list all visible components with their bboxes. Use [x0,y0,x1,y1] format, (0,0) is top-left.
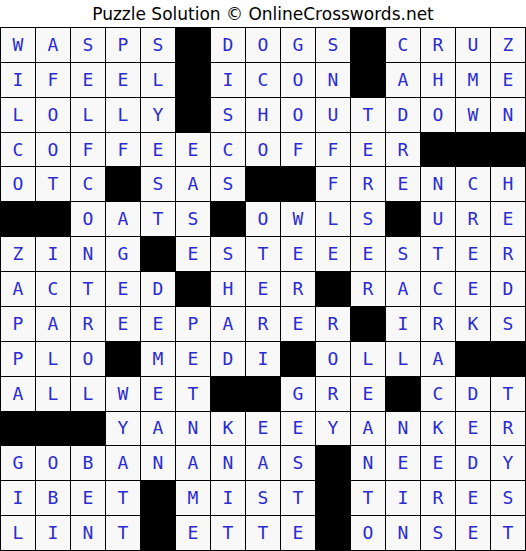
letter-cell: E [456,272,490,306]
block-cell [421,133,455,167]
block-cell [176,272,210,306]
letter-cell: A [106,446,140,480]
block-cell [71,412,105,446]
block-cell [316,516,350,550]
letter-cell: E [351,237,385,271]
letter-cell: F [281,133,315,167]
letter-cell: C [456,167,490,201]
letter-cell: E [71,63,105,97]
letter-cell: U [456,28,490,62]
letter-cell: Z [491,28,525,62]
letter-cell: N [421,167,455,201]
letter-cell: O [351,516,385,550]
letter-cell: N [71,516,105,550]
letter-cell: S [141,167,175,201]
letter-cell: R [316,377,350,411]
letter-cell: K [211,412,245,446]
letter-cell: E [176,237,210,271]
letter-cell: E [246,272,280,306]
letter-cell: D [456,446,490,480]
letter-cell: E [316,237,350,271]
letter-cell: L [1,98,35,132]
letter-cell: K [421,412,455,446]
letter-cell: B [36,481,70,515]
letter-cell: E [106,272,140,306]
letter-cell: E [281,412,315,446]
letter-cell: A [176,167,210,201]
letter-cell: W [106,377,140,411]
letter-cell: E [176,516,210,550]
letter-cell: I [36,237,70,271]
block-cell [141,481,175,515]
letter-cell: I [36,516,70,550]
letter-cell: P [176,307,210,341]
letter-cell: C [421,377,455,411]
letter-cell: O [246,133,280,167]
letter-cell: M [176,481,210,515]
letter-cell: L [316,202,350,236]
letter-cell: O [281,63,315,97]
letter-cell: A [386,272,420,306]
block-cell [281,342,315,376]
block-cell [316,272,350,306]
letter-cell: E [491,63,525,97]
block-cell [246,377,280,411]
letter-cell: O [36,98,70,132]
letter-cell: B [71,446,105,480]
letter-cell: P [1,342,35,376]
letter-cell: R [491,237,525,271]
letter-cell: L [71,98,105,132]
letter-cell: E [71,481,105,515]
letter-cell: E [456,481,490,515]
letter-cell: E [351,377,385,411]
block-cell [491,342,525,376]
block-cell [456,133,490,167]
letter-cell: T [491,516,525,550]
letter-cell: E [106,307,140,341]
letter-cell: S [71,28,105,62]
block-cell [456,342,490,376]
letter-cell: T [491,377,525,411]
letter-cell: R [316,307,350,341]
letter-cell: O [281,98,315,132]
letter-cell: T [351,481,385,515]
letter-cell: H [246,98,280,132]
letter-cell: F [106,133,140,167]
puzzle-solution-page: Puzzle Solution © OnlineCrosswords.net W… [0,0,526,551]
letter-cell: R [421,28,455,62]
letter-cell: L [106,98,140,132]
letter-cell: S [211,98,245,132]
letter-cell: C [211,133,245,167]
letter-cell: C [1,133,35,167]
letter-cell: P [106,28,140,62]
letter-cell: R [351,167,385,201]
letter-cell: Y [316,412,350,446]
letter-cell: R [351,272,385,306]
block-cell [176,98,210,132]
block-cell [36,202,70,236]
block-cell [316,446,350,480]
letter-cell: T [106,516,140,550]
block-cell [246,167,280,201]
letter-cell: T [71,272,105,306]
letter-cell: L [71,377,105,411]
letter-cell: O [246,28,280,62]
letter-cell: E [281,516,315,550]
letter-cell: A [141,412,175,446]
letter-cell: N [386,516,420,550]
letter-cell: E [281,237,315,271]
letter-cell: W [1,28,35,62]
block-cell [351,307,385,341]
letter-cell: I [246,342,280,376]
letter-cell: L [386,342,420,376]
letter-cell: S [211,237,245,271]
letter-cell: T [211,516,245,550]
letter-cell: O [71,342,105,376]
block-cell [316,481,350,515]
letter-cell: A [386,63,420,97]
letter-cell: Y [141,98,175,132]
letter-cell: H [421,63,455,97]
letter-cell: E [456,237,490,271]
letter-cell: A [351,412,385,446]
letter-cell: E [176,342,210,376]
letter-cell: E [421,446,455,480]
letter-cell: E [246,412,280,446]
letter-cell: I [1,481,35,515]
letter-cell: W [456,98,490,132]
letter-cell: C [386,28,420,62]
letter-cell: C [36,272,70,306]
letter-cell: I [1,63,35,97]
letter-cell: D [211,28,245,62]
letter-cell: U [316,98,350,132]
letter-cell: N [211,446,245,480]
letter-cell: N [141,446,175,480]
block-cell [491,133,525,167]
letter-cell: T [246,516,280,550]
letter-cell: S [386,237,420,271]
crossword-grid: WASPSDOGSCRUZIFEELICONAHMELOLLYSHOUTDOWN… [0,27,526,551]
letter-cell: E [386,167,420,201]
letter-cell: I [386,307,420,341]
letter-cell: O [316,342,350,376]
block-cell [386,377,420,411]
letter-cell: E [456,516,490,550]
letter-cell: E [491,202,525,236]
letter-cell: A [36,307,70,341]
letter-cell: S [281,446,315,480]
letter-cell: E [141,377,175,411]
block-cell [386,202,420,236]
letter-cell: Z [1,237,35,271]
block-cell [141,237,175,271]
letter-cell: A [211,307,245,341]
letter-cell: L [351,342,385,376]
letter-cell: R [246,307,280,341]
letter-cell: T [176,377,210,411]
letter-cell: A [1,377,35,411]
letter-cell: S [316,28,350,62]
letter-cell: R [281,272,315,306]
letter-cell: S [246,481,280,515]
block-cell [141,516,175,550]
letter-cell: E [386,446,420,480]
letter-cell: G [281,28,315,62]
letter-cell: A [421,342,455,376]
letter-cell: C [246,63,280,97]
letter-cell: R [456,202,490,236]
block-cell [176,28,210,62]
letter-cell: L [36,342,70,376]
letter-cell: N [351,446,385,480]
letter-cell: C [71,167,105,201]
letter-cell: E [106,63,140,97]
letter-cell: A [246,446,280,480]
letter-cell: O [36,446,70,480]
block-cell [281,167,315,201]
block-cell [106,342,140,376]
letter-cell: U [421,202,455,236]
letter-cell: T [351,98,385,132]
letter-cell: M [456,63,490,97]
letter-cell: E [351,133,385,167]
letter-cell: A [176,446,210,480]
letter-cell: A [36,28,70,62]
letter-cell: N [316,63,350,97]
page-title: Puzzle Solution © OnlineCrosswords.net [0,0,526,27]
letter-cell: S [491,481,525,515]
letter-cell: T [141,202,175,236]
letter-cell: T [421,237,455,271]
block-cell [211,202,245,236]
letter-cell: S [351,202,385,236]
letter-cell: D [211,342,245,376]
letter-cell: E [456,412,490,446]
letter-cell: G [106,237,140,271]
letter-cell: D [386,98,420,132]
letter-cell: O [71,202,105,236]
letter-cell: O [246,202,280,236]
letter-cell: W [281,202,315,236]
letter-cell: R [491,412,525,446]
letter-cell: T [281,481,315,515]
letter-cell: E [176,133,210,167]
letter-cell: S [421,516,455,550]
letter-cell: S [491,307,525,341]
letter-cell: O [36,133,70,167]
letter-cell: F [316,133,350,167]
letter-cell: N [386,412,420,446]
block-cell [106,167,140,201]
letter-cell: E [281,307,315,341]
letter-cell: R [386,133,420,167]
letter-cell: P [1,307,35,341]
letter-cell: F [71,133,105,167]
letter-cell: R [71,307,105,341]
letter-cell: E [141,133,175,167]
letter-cell: A [106,202,140,236]
block-cell [351,63,385,97]
letter-cell: A [1,272,35,306]
letter-cell: E [141,307,175,341]
letter-cell: O [421,98,455,132]
letter-cell: S [211,167,245,201]
block-cell [1,202,35,236]
letter-cell: I [386,481,420,515]
letter-cell: L [1,516,35,550]
letter-cell: G [1,446,35,480]
letter-cell: T [36,167,70,201]
letter-cell: C [421,272,455,306]
letter-cell: D [491,272,525,306]
letter-cell: O [1,167,35,201]
letter-cell: R [421,307,455,341]
letter-cell: T [106,481,140,515]
letter-cell: F [36,63,70,97]
letter-cell: Y [491,446,525,480]
block-cell [36,412,70,446]
letter-cell: I [211,481,245,515]
letter-cell: L [141,63,175,97]
letter-cell: D [456,377,490,411]
block-cell [211,377,245,411]
letter-cell: L [36,377,70,411]
letter-cell: H [491,167,525,201]
letter-cell: R [421,481,455,515]
letter-cell: N [176,412,210,446]
letter-cell: D [141,272,175,306]
block-cell [351,28,385,62]
letter-cell: N [71,237,105,271]
letter-cell: T [246,237,280,271]
letter-cell: S [141,28,175,62]
letter-cell: H [211,272,245,306]
letter-cell: K [456,307,490,341]
letter-cell: S [176,202,210,236]
letter-cell: N [491,98,525,132]
letter-cell: Y [106,412,140,446]
block-cell [176,63,210,97]
letter-cell: F [316,167,350,201]
block-cell [1,412,35,446]
letter-cell: G [281,377,315,411]
letter-cell: I [211,63,245,97]
letter-cell: M [141,342,175,376]
